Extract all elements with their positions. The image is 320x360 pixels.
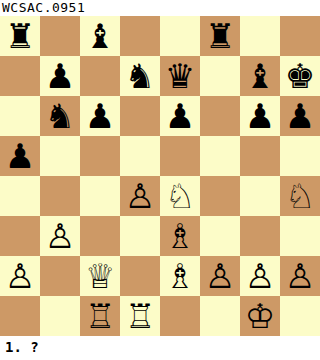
square-h5[interactable] — [280, 136, 320, 176]
white-bishop-piece: ♗ — [160, 256, 200, 296]
square-g8[interactable] — [240, 16, 280, 56]
square-h7[interactable]: ♚ — [280, 56, 320, 96]
square-b2[interactable] — [40, 256, 80, 296]
square-a6[interactable] — [0, 96, 40, 136]
square-f6[interactable] — [200, 96, 240, 136]
white-pawn-piece: ♙ — [200, 256, 240, 296]
square-g3[interactable] — [240, 216, 280, 256]
black-knight-piece: ♞ — [120, 56, 160, 96]
square-e7[interactable]: ♛ — [160, 56, 200, 96]
square-a1[interactable] — [0, 296, 40, 336]
square-f8[interactable]: ♜ — [200, 16, 240, 56]
square-c1[interactable]: ♖ — [80, 296, 120, 336]
square-d1[interactable]: ♖ — [120, 296, 160, 336]
square-d4[interactable]: ♙ — [120, 176, 160, 216]
square-c3[interactable] — [80, 216, 120, 256]
square-e1[interactable] — [160, 296, 200, 336]
square-h2[interactable]: ♙ — [280, 256, 320, 296]
square-a2[interactable]: ♙ — [0, 256, 40, 296]
white-pawn-piece: ♙ — [120, 176, 160, 216]
black-rook-piece: ♜ — [0, 16, 40, 56]
square-e4[interactable]: ♘ — [160, 176, 200, 216]
white-knight-piece: ♘ — [160, 176, 200, 216]
square-b1[interactable] — [40, 296, 80, 336]
puzzle-title: WCSAC.0951 — [0, 0, 320, 16]
square-f7[interactable] — [200, 56, 240, 96]
square-a7[interactable] — [0, 56, 40, 96]
square-b3[interactable]: ♙ — [40, 216, 80, 256]
black-pawn-piece: ♟ — [80, 96, 120, 136]
black-pawn-piece: ♟ — [40, 56, 80, 96]
white-knight-piece: ♘ — [280, 176, 320, 216]
square-e8[interactable] — [160, 16, 200, 56]
square-d6[interactable] — [120, 96, 160, 136]
square-b7[interactable]: ♟ — [40, 56, 80, 96]
square-g6[interactable]: ♟ — [240, 96, 280, 136]
white-pawn-piece: ♙ — [240, 256, 280, 296]
chess-board: ♜♝♜♟♞♛♝♚♞♟♟♟♟♟♙♘♘♙♗♙♕♗♙♙♙♖♖♔ — [0, 16, 320, 336]
square-h3[interactable] — [280, 216, 320, 256]
square-a5[interactable]: ♟ — [0, 136, 40, 176]
square-b4[interactable] — [40, 176, 80, 216]
square-h6[interactable]: ♟ — [280, 96, 320, 136]
square-d7[interactable]: ♞ — [120, 56, 160, 96]
square-d8[interactable] — [120, 16, 160, 56]
square-f3[interactable] — [200, 216, 240, 256]
black-pawn-piece: ♟ — [240, 96, 280, 136]
square-f1[interactable] — [200, 296, 240, 336]
black-queen-piece: ♛ — [160, 56, 200, 96]
square-e5[interactable] — [160, 136, 200, 176]
black-bishop-piece: ♝ — [240, 56, 280, 96]
square-g7[interactable]: ♝ — [240, 56, 280, 96]
square-b8[interactable] — [40, 16, 80, 56]
white-king-piece: ♔ — [240, 296, 280, 336]
square-g4[interactable] — [240, 176, 280, 216]
square-d2[interactable] — [120, 256, 160, 296]
move-prompt: 1. ? — [0, 336, 320, 360]
square-a8[interactable]: ♜ — [0, 16, 40, 56]
white-pawn-piece: ♙ — [0, 256, 40, 296]
square-a4[interactable] — [0, 176, 40, 216]
square-b6[interactable]: ♞ — [40, 96, 80, 136]
square-b5[interactable] — [40, 136, 80, 176]
white-rook-piece: ♖ — [80, 296, 120, 336]
square-c6[interactable]: ♟ — [80, 96, 120, 136]
square-c5[interactable] — [80, 136, 120, 176]
white-rook-piece: ♖ — [120, 296, 160, 336]
square-f4[interactable] — [200, 176, 240, 216]
black-knight-piece: ♞ — [40, 96, 80, 136]
white-queen-piece: ♕ — [80, 256, 120, 296]
square-e3[interactable]: ♗ — [160, 216, 200, 256]
white-bishop-piece: ♗ — [160, 216, 200, 256]
white-pawn-piece: ♙ — [280, 256, 320, 296]
black-bishop-piece: ♝ — [80, 16, 120, 56]
black-pawn-piece: ♟ — [0, 136, 40, 176]
white-pawn-piece: ♙ — [40, 216, 80, 256]
square-a3[interactable] — [0, 216, 40, 256]
black-rook-piece: ♜ — [200, 16, 240, 56]
square-h4[interactable]: ♘ — [280, 176, 320, 216]
square-e2[interactable]: ♗ — [160, 256, 200, 296]
square-e6[interactable]: ♟ — [160, 96, 200, 136]
chess-app-window: WCSAC.0951 ♜♝♜♟♞♛♝♚♞♟♟♟♟♟♙♘♘♙♗♙♕♗♙♙♙♖♖♔ … — [0, 0, 320, 360]
square-h8[interactable] — [280, 16, 320, 56]
square-c2[interactable]: ♕ — [80, 256, 120, 296]
square-f5[interactable] — [200, 136, 240, 176]
square-d3[interactable] — [120, 216, 160, 256]
square-f2[interactable]: ♙ — [200, 256, 240, 296]
square-g5[interactable] — [240, 136, 280, 176]
square-c8[interactable]: ♝ — [80, 16, 120, 56]
square-h1[interactable] — [280, 296, 320, 336]
square-g2[interactable]: ♙ — [240, 256, 280, 296]
square-c7[interactable] — [80, 56, 120, 96]
square-d5[interactable] — [120, 136, 160, 176]
square-g1[interactable]: ♔ — [240, 296, 280, 336]
black-king-piece: ♚ — [280, 56, 320, 96]
black-pawn-piece: ♟ — [280, 96, 320, 136]
square-c4[interactable] — [80, 176, 120, 216]
black-pawn-piece: ♟ — [160, 96, 200, 136]
